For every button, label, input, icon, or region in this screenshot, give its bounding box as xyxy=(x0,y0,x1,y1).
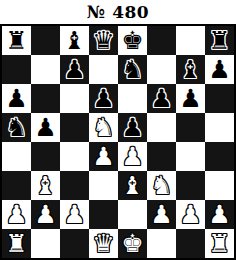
square-c4[interactable] xyxy=(60,142,89,171)
square-e7[interactable]: ♞ xyxy=(118,55,147,84)
square-f7[interactable] xyxy=(147,55,176,84)
square-a1[interactable]: ♜ xyxy=(2,229,31,258)
square-a4[interactable] xyxy=(2,142,31,171)
page-title: № 480 xyxy=(0,0,236,24)
square-c6[interactable] xyxy=(60,84,89,113)
square-a7[interactable] xyxy=(2,55,31,84)
white-king-icon: ♚ xyxy=(121,229,143,258)
square-d6[interactable]: ♟ xyxy=(89,84,118,113)
square-e4[interactable]: ♟ xyxy=(118,142,147,171)
square-b1[interactable] xyxy=(31,229,60,258)
black-rook-icon: ♜ xyxy=(208,26,230,55)
square-c2[interactable]: ♟ xyxy=(60,200,89,229)
white-rook-icon: ♜ xyxy=(208,229,230,258)
square-g8[interactable] xyxy=(176,26,205,55)
square-e2[interactable] xyxy=(118,200,147,229)
square-f1[interactable] xyxy=(147,229,176,258)
square-d1[interactable]: ♛ xyxy=(89,229,118,258)
black-bishop-icon: ♝ xyxy=(63,26,85,55)
square-c1[interactable] xyxy=(60,229,89,258)
square-c8[interactable]: ♝ xyxy=(60,26,89,55)
black-pawn-icon: ♟ xyxy=(150,84,172,113)
square-d8[interactable]: ♛ xyxy=(89,26,118,55)
square-h2[interactable]: ♟ xyxy=(205,200,234,229)
square-a8[interactable]: ♜ xyxy=(2,26,31,55)
square-d7[interactable] xyxy=(89,55,118,84)
white-pawn-icon: ♟ xyxy=(5,200,27,229)
square-f3[interactable]: ♞ xyxy=(147,171,176,200)
white-queen-icon: ♛ xyxy=(92,229,114,258)
square-e1[interactable]: ♚ xyxy=(118,229,147,258)
square-c3[interactable] xyxy=(60,171,89,200)
square-g6[interactable]: ♟ xyxy=(176,84,205,113)
square-a6[interactable]: ♟ xyxy=(2,84,31,113)
white-pawn-icon: ♟ xyxy=(34,200,56,229)
square-g3[interactable] xyxy=(176,171,205,200)
chess-board-frame: ♜♝♛♚♜♟♞♝♟♟♟♟♟♞♟♞♟♟♟♝♝♞♟♟♟♟♟♟♜♛♚♜ xyxy=(0,24,236,260)
black-pawn-icon: ♟ xyxy=(34,113,56,142)
square-g4[interactable] xyxy=(176,142,205,171)
square-c7[interactable]: ♟ xyxy=(60,55,89,84)
square-d2[interactable] xyxy=(89,200,118,229)
white-bishop-icon: ♝ xyxy=(34,171,56,200)
square-f4[interactable] xyxy=(147,142,176,171)
square-b8[interactable] xyxy=(31,26,60,55)
square-d4[interactable]: ♟ xyxy=(89,142,118,171)
square-f5[interactable] xyxy=(147,113,176,142)
white-pawn-icon: ♟ xyxy=(92,142,114,171)
square-h8[interactable]: ♜ xyxy=(205,26,234,55)
white-pawn-icon: ♟ xyxy=(63,200,85,229)
black-pawn-icon: ♟ xyxy=(208,55,230,84)
white-pawn-icon: ♟ xyxy=(121,142,143,171)
square-c5[interactable] xyxy=(60,113,89,142)
square-h6[interactable] xyxy=(205,84,234,113)
square-a5[interactable]: ♞ xyxy=(2,113,31,142)
square-f8[interactable] xyxy=(147,26,176,55)
square-h1[interactable]: ♜ xyxy=(205,229,234,258)
white-bishop-icon: ♝ xyxy=(121,171,143,200)
black-bishop-icon: ♝ xyxy=(179,55,201,84)
square-b3[interactable]: ♝ xyxy=(31,171,60,200)
square-b4[interactable] xyxy=(31,142,60,171)
square-e5[interactable]: ♟ xyxy=(118,113,147,142)
square-b5[interactable]: ♟ xyxy=(31,113,60,142)
square-h3[interactable] xyxy=(205,171,234,200)
black-pawn-icon: ♟ xyxy=(92,84,114,113)
square-g1[interactable] xyxy=(176,229,205,258)
black-pawn-icon: ♟ xyxy=(63,55,85,84)
square-b6[interactable] xyxy=(31,84,60,113)
white-rook-icon: ♜ xyxy=(5,229,27,258)
square-g5[interactable] xyxy=(176,113,205,142)
square-a2[interactable]: ♟ xyxy=(2,200,31,229)
square-g2[interactable]: ♟ xyxy=(176,200,205,229)
chess-board: ♜♝♛♚♜♟♞♝♟♟♟♟♟♞♟♞♟♟♟♝♝♞♟♟♟♟♟♟♜♛♚♜ xyxy=(2,26,234,258)
black-pawn-icon: ♟ xyxy=(179,84,201,113)
square-d5[interactable]: ♞ xyxy=(89,113,118,142)
black-king-icon: ♚ xyxy=(121,26,143,55)
square-b7[interactable] xyxy=(31,55,60,84)
square-e8[interactable]: ♚ xyxy=(118,26,147,55)
black-pawn-icon: ♟ xyxy=(5,84,27,113)
square-g7[interactable]: ♝ xyxy=(176,55,205,84)
black-rook-icon: ♜ xyxy=(5,26,27,55)
square-f6[interactable]: ♟ xyxy=(147,84,176,113)
black-knight-icon: ♞ xyxy=(121,55,143,84)
black-pawn-icon: ♟ xyxy=(121,113,143,142)
square-d3[interactable] xyxy=(89,171,118,200)
white-pawn-icon: ♟ xyxy=(150,200,172,229)
square-h5[interactable] xyxy=(205,113,234,142)
white-knight-icon: ♞ xyxy=(150,171,172,200)
square-h4[interactable] xyxy=(205,142,234,171)
white-pawn-icon: ♟ xyxy=(208,200,230,229)
black-knight-icon: ♞ xyxy=(5,113,27,142)
white-knight-icon: ♞ xyxy=(92,113,114,142)
square-e3[interactable]: ♝ xyxy=(118,171,147,200)
square-h7[interactable]: ♟ xyxy=(205,55,234,84)
square-b2[interactable]: ♟ xyxy=(31,200,60,229)
square-e6[interactable] xyxy=(118,84,147,113)
white-pawn-icon: ♟ xyxy=(179,200,201,229)
square-f2[interactable]: ♟ xyxy=(147,200,176,229)
black-queen-icon: ♛ xyxy=(92,26,114,55)
square-a3[interactable] xyxy=(2,171,31,200)
